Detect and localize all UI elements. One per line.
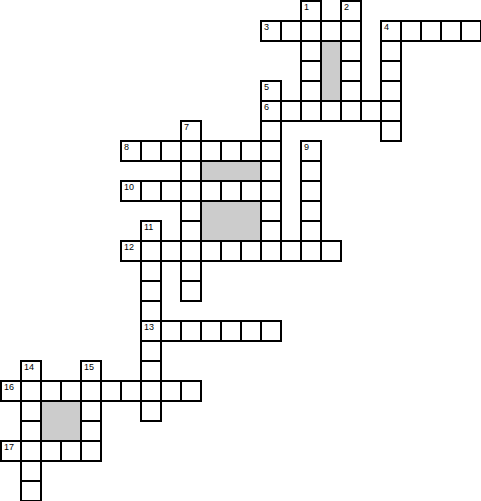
grid-cell[interactable] <box>360 100 382 122</box>
grid-cell[interactable] <box>20 440 42 462</box>
clue-number: 7 <box>184 123 189 131</box>
grid-cell[interactable]: 5 <box>260 80 282 102</box>
grid-cell[interactable] <box>220 320 242 342</box>
grid-cell[interactable] <box>440 20 462 42</box>
grid-cell[interactable] <box>340 80 362 102</box>
grid-cell[interactable] <box>400 20 422 42</box>
grid-cell[interactable] <box>140 340 162 362</box>
grid-cell[interactable] <box>160 240 182 262</box>
grid-cell[interactable] <box>160 380 182 402</box>
grid-cell[interactable] <box>340 100 362 122</box>
grid-cell[interactable] <box>140 240 162 262</box>
grid-cell[interactable] <box>260 160 282 182</box>
grid-cell[interactable] <box>180 320 202 342</box>
grid-cell[interactable] <box>40 380 62 402</box>
clue-number: 13 <box>144 323 154 331</box>
grid-cell[interactable]: 4 <box>380 20 402 42</box>
clue-number: 9 <box>304 143 309 151</box>
grid-cell[interactable] <box>380 60 402 82</box>
grid-cell[interactable] <box>260 180 282 202</box>
grid-cell[interactable] <box>180 200 202 222</box>
grid-cell[interactable] <box>320 240 342 262</box>
grid-cell[interactable]: 1 <box>300 0 322 22</box>
grid-cell[interactable] <box>300 220 322 242</box>
grid-cell[interactable] <box>80 380 102 402</box>
blocked-region <box>40 400 82 442</box>
grid-cell[interactable] <box>180 260 202 282</box>
grid-cell[interactable] <box>380 120 402 142</box>
grid-cell[interactable] <box>380 80 402 102</box>
blocked-region <box>320 40 342 102</box>
clue-number: 15 <box>84 363 94 371</box>
grid-cell[interactable]: 7 <box>180 120 202 142</box>
grid-cell[interactable] <box>240 240 262 262</box>
grid-cell[interactable] <box>100 380 122 402</box>
grid-cell[interactable] <box>200 240 222 262</box>
grid-cell[interactable]: 14 <box>20 360 42 382</box>
grid-cell[interactable] <box>20 480 42 501</box>
clue-number: 11 <box>144 223 153 231</box>
grid-cell[interactable] <box>380 40 402 62</box>
grid-cell[interactable]: 6 <box>260 100 282 122</box>
grid-cell[interactable] <box>180 280 202 302</box>
grid-cell[interactable] <box>80 440 102 462</box>
grid-cell[interactable]: 12 <box>120 240 142 262</box>
grid-cell[interactable] <box>180 160 202 182</box>
grid-cell[interactable] <box>220 240 242 262</box>
grid-cell[interactable] <box>40 440 62 462</box>
grid-cell[interactable] <box>140 300 162 322</box>
grid-cell[interactable]: 17 <box>0 440 22 462</box>
grid-cell[interactable] <box>180 140 202 162</box>
grid-cell[interactable] <box>420 20 442 42</box>
grid-cell[interactable] <box>300 100 322 122</box>
clue-number: 17 <box>4 443 14 451</box>
grid-cell[interactable] <box>140 140 162 162</box>
grid-cell[interactable]: 15 <box>80 360 102 382</box>
grid-cell[interactable] <box>200 180 222 202</box>
grid-cell[interactable] <box>200 320 222 342</box>
grid-cell[interactable] <box>300 80 322 102</box>
clue-number: 4 <box>384 23 389 31</box>
grid-cell[interactable] <box>260 240 282 262</box>
grid-cell[interactable] <box>320 20 342 42</box>
grid-cell[interactable]: 2 <box>340 0 362 22</box>
clue-number: 6 <box>264 103 269 111</box>
clue-number: 8 <box>124 143 129 151</box>
grid-cell[interactable] <box>20 460 42 482</box>
grid-cell[interactable] <box>140 360 162 382</box>
clue-number: 12 <box>124 243 134 251</box>
grid-cell[interactable] <box>220 180 242 202</box>
grid-cell[interactable]: 9 <box>300 140 322 162</box>
grid-cell[interactable] <box>240 140 262 162</box>
blocked-region <box>200 160 262 182</box>
grid-cell[interactable] <box>280 240 302 262</box>
grid-cell[interactable] <box>300 240 322 262</box>
blocked-region <box>200 200 262 242</box>
grid-cell[interactable] <box>260 200 282 222</box>
grid-cell[interactable] <box>460 20 481 42</box>
grid-cell[interactable] <box>300 180 322 202</box>
grid-cell[interactable]: 11 <box>140 220 162 242</box>
grid-cell[interactable] <box>240 180 262 202</box>
grid-cell[interactable] <box>80 420 102 442</box>
grid-cell[interactable] <box>200 140 222 162</box>
grid-cell[interactable] <box>140 400 162 422</box>
grid-cell[interactable] <box>160 140 182 162</box>
grid-cell[interactable] <box>140 180 162 202</box>
grid-cell[interactable] <box>80 400 102 422</box>
grid-cell[interactable] <box>60 380 82 402</box>
grid-cell[interactable] <box>380 100 402 122</box>
grid-cell[interactable] <box>140 280 162 302</box>
grid-cell[interactable] <box>160 320 182 342</box>
grid-cell[interactable] <box>340 40 362 62</box>
grid-cell[interactable] <box>20 380 42 402</box>
grid-cell[interactable] <box>320 100 342 122</box>
grid-cell[interactable] <box>300 40 322 62</box>
grid-cell[interactable] <box>20 400 42 422</box>
grid-cell[interactable] <box>260 320 282 342</box>
grid-cell[interactable] <box>160 180 182 202</box>
grid-cell[interactable] <box>300 60 322 82</box>
grid-cell[interactable] <box>60 440 82 462</box>
grid-cell[interactable]: 8 <box>120 140 142 162</box>
grid-cell[interactable] <box>240 320 262 342</box>
grid-cell[interactable] <box>260 120 282 142</box>
grid-cell[interactable]: 3 <box>260 20 282 42</box>
grid-cell[interactable] <box>260 220 282 242</box>
clue-number: 14 <box>24 363 34 371</box>
grid-cell[interactable] <box>340 60 362 82</box>
grid-cell[interactable] <box>300 200 322 222</box>
grid-cell[interactable] <box>300 20 322 42</box>
grid-cell[interactable] <box>300 160 322 182</box>
grid-cell[interactable] <box>180 380 202 402</box>
grid-cell[interactable] <box>120 380 142 402</box>
crossword-grid: 1234567891011121314151617 <box>0 0 481 501</box>
clue-number: 16 <box>4 383 14 391</box>
clue-number: 3 <box>264 23 269 31</box>
grid-cell[interactable] <box>180 240 202 262</box>
clue-number: 10 <box>124 183 134 191</box>
clue-number: 2 <box>344 3 349 11</box>
grid-cell[interactable] <box>180 180 202 202</box>
grid-cell[interactable]: 16 <box>0 380 22 402</box>
grid-cell[interactable] <box>20 420 42 442</box>
grid-cell[interactable]: 10 <box>120 180 142 202</box>
grid-cell[interactable] <box>140 260 162 282</box>
grid-cell[interactable] <box>340 20 362 42</box>
grid-cell[interactable] <box>280 100 302 122</box>
grid-cell[interactable] <box>260 140 282 162</box>
clue-number: 5 <box>264 83 269 91</box>
grid-cell[interactable]: 13 <box>140 320 162 342</box>
grid-cell[interactable] <box>280 20 302 42</box>
clue-number: 1 <box>304 3 309 11</box>
grid-cell[interactable] <box>220 140 242 162</box>
grid-cell[interactable] <box>180 220 202 242</box>
grid-cell[interactable] <box>140 380 162 402</box>
